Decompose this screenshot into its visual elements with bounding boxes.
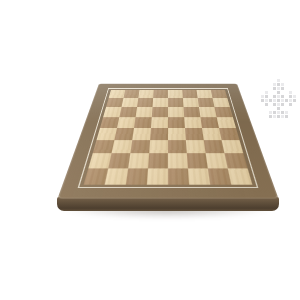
watermark-cell — [289, 103, 292, 106]
watermark-cell — [265, 95, 268, 98]
watermark-cell — [273, 99, 276, 102]
watermark-cell — [281, 107, 284, 110]
square-b7 — [122, 98, 139, 107]
watermark-cell — [273, 115, 276, 118]
watermark-cell — [293, 83, 296, 86]
watermark-cell — [289, 111, 292, 114]
square-c8 — [138, 90, 153, 98]
product-photo — [0, 0, 300, 300]
watermark-cell — [285, 99, 288, 102]
watermark-cell — [281, 83, 284, 86]
watermark-cell — [273, 95, 276, 98]
square-d2 — [148, 153, 168, 168]
square-c6 — [136, 107, 153, 117]
square-e4 — [168, 128, 186, 140]
watermark-cell — [285, 79, 288, 82]
watermark-cell — [261, 115, 264, 118]
watermark-cell — [293, 95, 296, 98]
square-c5 — [134, 117, 152, 128]
watermark-cell — [265, 91, 268, 94]
watermark-cell — [281, 87, 284, 90]
square-h7 — [213, 98, 230, 107]
watermark-cell — [269, 99, 272, 102]
square-f3 — [186, 140, 206, 153]
watermark-cell — [289, 91, 292, 94]
watermark-cell — [285, 91, 288, 94]
watermark-cell — [261, 111, 264, 114]
watermark-cell — [269, 87, 272, 90]
watermark-cell — [289, 99, 292, 102]
square-b3 — [112, 140, 133, 153]
watermark-cell — [293, 99, 296, 102]
watermark-cell — [269, 111, 272, 114]
watermark-cell — [281, 95, 284, 98]
watermark-cell — [265, 111, 268, 114]
watermark-cell — [277, 107, 280, 110]
watermark-cell — [289, 115, 292, 118]
square-h3 — [222, 140, 244, 153]
watermark-cell — [289, 87, 292, 90]
board-grid — [84, 90, 253, 185]
square-h4 — [219, 128, 239, 140]
watermark-cell — [277, 115, 280, 118]
board-front-edge — [57, 197, 279, 211]
square-f7 — [183, 98, 199, 107]
watermark-cell — [277, 83, 280, 86]
watermark-cell — [285, 111, 288, 114]
watermark-cell — [265, 79, 268, 82]
watermark-cell — [285, 87, 288, 90]
square-e8 — [168, 90, 183, 98]
watermark-cell — [277, 111, 280, 114]
watermark-cell — [261, 99, 264, 102]
watermark-cell — [277, 87, 280, 90]
watermark-cell — [293, 87, 296, 90]
square-b6 — [119, 107, 137, 117]
watermark-cell — [289, 95, 292, 98]
watermark-cell — [277, 79, 280, 82]
square-b2 — [108, 153, 130, 168]
watermark-cell — [281, 111, 284, 114]
square-d8 — [153, 90, 168, 98]
watermark-cell — [273, 111, 276, 114]
watermark-cell — [277, 103, 280, 106]
square-f8 — [182, 90, 197, 98]
watermark-cell — [293, 115, 296, 118]
watermark-cell — [273, 87, 276, 90]
square-d6 — [152, 107, 168, 117]
square-d5 — [151, 117, 168, 128]
square-h5 — [217, 117, 236, 128]
watermark-cell — [289, 83, 292, 86]
watermark-cell — [293, 91, 296, 94]
watermark-cell — [265, 87, 268, 90]
board-inlay-frame — [78, 88, 259, 187]
watermark-cell — [261, 103, 264, 106]
watermark-cell — [261, 87, 264, 90]
watermark-cell — [265, 115, 268, 118]
square-h8 — [211, 90, 228, 98]
square-h2 — [224, 153, 247, 168]
watermark-cell — [273, 79, 276, 82]
square-h6 — [214, 107, 232, 117]
watermark-cell — [289, 107, 292, 110]
watermark-cell — [285, 95, 288, 98]
square-e5 — [168, 117, 185, 128]
watermark-cell — [269, 115, 272, 118]
watermark-cell — [261, 107, 264, 110]
square-f1 — [188, 168, 210, 185]
watermark-cell — [269, 83, 272, 86]
watermark-cell — [289, 79, 292, 82]
watermark-cell — [281, 79, 284, 82]
watermark-cell — [269, 103, 272, 106]
square-e1 — [168, 168, 189, 185]
square-d3 — [149, 140, 168, 153]
chess-board — [58, 84, 279, 199]
watermark-cell — [265, 99, 268, 102]
square-f4 — [185, 128, 204, 140]
watermark-cell — [277, 95, 280, 98]
watermark-cell — [265, 83, 268, 86]
watermark-cell — [285, 103, 288, 106]
square-d4 — [150, 128, 168, 140]
watermark-cell — [281, 91, 284, 94]
square-b5 — [117, 117, 136, 128]
square-e2 — [168, 153, 188, 168]
watermark-cell — [269, 107, 272, 110]
watermark-cell — [269, 91, 272, 94]
square-f6 — [183, 107, 200, 117]
watermark-cell — [265, 103, 268, 106]
square-f5 — [184, 117, 202, 128]
watermark-cell — [277, 91, 280, 94]
square-d7 — [153, 98, 168, 107]
square-h1 — [228, 168, 253, 185]
square-b8 — [123, 90, 139, 98]
square-e6 — [168, 107, 184, 117]
watermark-cell — [281, 115, 284, 118]
square-b1 — [105, 168, 128, 185]
watermark-cell — [273, 91, 276, 94]
square-e7 — [168, 98, 183, 107]
watermark-cell — [277, 99, 280, 102]
square-d1 — [147, 168, 168, 185]
watermark-cell — [265, 107, 268, 110]
watermark-cell — [261, 79, 264, 82]
watermark-cell — [273, 107, 276, 110]
watermark-cell — [269, 95, 272, 98]
watermark-cell — [293, 79, 296, 82]
square-f2 — [187, 153, 208, 168]
watermark-cell — [285, 107, 288, 110]
watermark-cell — [285, 115, 288, 118]
square-c4 — [132, 128, 151, 140]
square-e3 — [168, 140, 187, 153]
square-c7 — [137, 98, 153, 107]
watermark-cell — [261, 83, 264, 86]
watermark-cell — [269, 79, 272, 82]
watermark-cell — [285, 83, 288, 86]
watermark-cell — [273, 83, 276, 86]
watermark-cell — [281, 99, 284, 102]
watermark-cell — [261, 91, 264, 94]
watermark-cell — [293, 103, 296, 106]
square-c2 — [128, 153, 149, 168]
fleur-de-lis-watermark-icon — [261, 79, 296, 118]
watermark-cell — [293, 107, 296, 110]
square-c3 — [130, 140, 150, 153]
watermark-cell — [261, 95, 264, 98]
watermark-cell — [293, 111, 296, 114]
watermark-cell — [281, 103, 284, 106]
watermark-cell — [273, 103, 276, 106]
square-b4 — [114, 128, 134, 140]
square-c1 — [126, 168, 148, 185]
